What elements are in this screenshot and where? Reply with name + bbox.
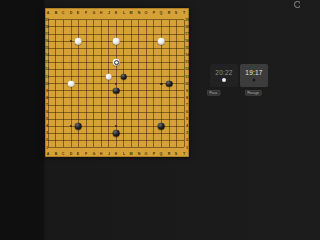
hoshi-dot xyxy=(115,125,117,127)
row-label: 16 xyxy=(183,39,190,43)
column-label: N xyxy=(135,11,142,15)
row-label: 10 xyxy=(43,82,50,86)
row-label: 11 xyxy=(43,74,50,78)
row-label: 2 xyxy=(43,138,50,142)
column-label: C xyxy=(60,151,67,155)
grid-line xyxy=(176,20,177,148)
row-label: 4 xyxy=(183,124,190,128)
white-stone-icon xyxy=(222,78,226,82)
column-label: Q xyxy=(158,11,165,15)
column-label: K xyxy=(113,151,120,155)
board-grid: AABBCCDDEEFFGGHHJJKKLLMMNNOOPPQQRRSSTT19… xyxy=(45,8,189,157)
black-stone xyxy=(166,80,173,87)
column-label: S xyxy=(173,151,180,155)
row-label: 12 xyxy=(183,67,190,71)
row-label: 9 xyxy=(43,89,50,93)
grid-line xyxy=(48,119,184,120)
black-player-clock: 19:17 xyxy=(240,64,268,87)
row-label: 18 xyxy=(43,25,50,29)
column-label: H xyxy=(97,11,104,15)
row-label: 5 xyxy=(43,117,50,121)
row-label: 1 xyxy=(43,145,50,149)
column-label: M xyxy=(128,11,135,15)
column-label: O xyxy=(143,151,150,155)
column-label: L xyxy=(120,151,127,155)
row-label: 10 xyxy=(183,82,190,86)
hoshi-dot xyxy=(70,125,72,127)
column-label: G xyxy=(90,11,97,15)
row-label: 3 xyxy=(43,131,50,135)
white-stone xyxy=(113,59,120,66)
row-label: 6 xyxy=(183,110,190,114)
white-clock-time: 20:22 xyxy=(215,69,232,76)
grid-line xyxy=(48,97,184,98)
column-label: F xyxy=(82,11,89,15)
white-stone xyxy=(68,80,75,87)
column-label: S xyxy=(173,11,180,15)
grid-line xyxy=(48,140,184,141)
row-label: 19 xyxy=(43,18,50,22)
grid-line xyxy=(138,20,139,148)
row-label: 12 xyxy=(43,67,50,71)
last-move-marker xyxy=(114,60,119,65)
row-label: 15 xyxy=(183,46,190,50)
row-label: 16 xyxy=(43,39,50,43)
black-stone-icon xyxy=(252,78,256,82)
hoshi-dot xyxy=(70,40,72,42)
grid-line xyxy=(48,147,184,148)
grid-line xyxy=(48,105,184,106)
row-label: 17 xyxy=(43,32,50,36)
row-label: 17 xyxy=(183,32,190,36)
white-stone xyxy=(105,73,112,80)
black-stone xyxy=(113,87,120,94)
column-label: Q xyxy=(158,151,165,155)
row-label: 13 xyxy=(183,60,190,64)
column-label: C xyxy=(60,11,67,15)
column-label: T xyxy=(180,151,187,155)
row-label: 7 xyxy=(43,103,50,107)
hoshi-dot xyxy=(115,83,117,85)
row-label: 19 xyxy=(183,18,190,22)
row-label: 14 xyxy=(183,53,190,57)
black-stone xyxy=(75,123,82,130)
row-label: 3 xyxy=(183,131,190,135)
row-label: 1 xyxy=(183,145,190,149)
hoshi-dot xyxy=(160,83,162,85)
black-stone xyxy=(113,130,120,137)
column-label: J xyxy=(105,11,112,15)
column-label: N xyxy=(135,151,142,155)
column-label: E xyxy=(75,151,82,155)
column-label: O xyxy=(143,11,150,15)
row-label: 11 xyxy=(183,74,190,78)
column-label: K xyxy=(113,11,120,15)
column-label: A xyxy=(45,151,52,155)
column-label: F xyxy=(82,151,89,155)
column-label: G xyxy=(90,151,97,155)
row-label: 15 xyxy=(43,46,50,50)
column-label: H xyxy=(97,151,104,155)
white-player-clock: 20:22 xyxy=(210,64,238,87)
row-label: 18 xyxy=(183,25,190,29)
row-label: 7 xyxy=(183,103,190,107)
row-label: 9 xyxy=(183,89,190,93)
row-label: 13 xyxy=(43,60,50,64)
row-label: 5 xyxy=(183,117,190,121)
black-stone xyxy=(158,123,165,130)
column-label: J xyxy=(105,151,112,155)
white-stone xyxy=(75,38,82,45)
row-label: 8 xyxy=(183,96,190,100)
grid-line xyxy=(153,20,154,148)
grid-line xyxy=(131,20,132,148)
pass-button[interactable]: Pass xyxy=(207,90,220,96)
row-label: 6 xyxy=(43,110,50,114)
column-label: T xyxy=(180,11,187,15)
grid-line xyxy=(48,112,184,113)
row-label: 8 xyxy=(43,96,50,100)
column-label: L xyxy=(120,11,127,15)
black-clock-time: 19:17 xyxy=(245,69,262,76)
row-label: 14 xyxy=(43,53,50,57)
column-label: A xyxy=(45,11,52,15)
circle-menu-icon[interactable] xyxy=(294,1,300,8)
white-stone xyxy=(158,38,165,45)
black-stone xyxy=(120,73,127,80)
go-board[interactable]: AABBCCDDEEFFGGHHJJKKLLMMNNOOPPQQRRSSTT19… xyxy=(45,8,189,157)
row-label: 4 xyxy=(43,124,50,128)
white-stone xyxy=(113,38,120,45)
grid-line xyxy=(123,20,124,148)
resign-button[interactable]: Resign xyxy=(245,90,261,96)
row-label: 2 xyxy=(183,138,190,142)
column-label: M xyxy=(128,151,135,155)
grid-line xyxy=(146,20,147,148)
column-label: E xyxy=(75,11,82,15)
